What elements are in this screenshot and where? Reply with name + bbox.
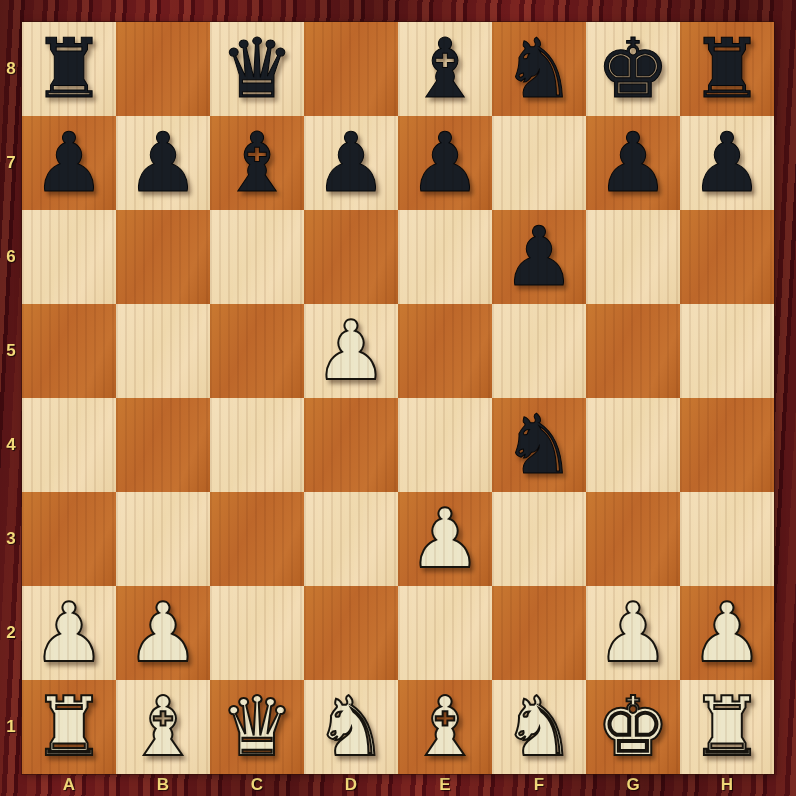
square-e8[interactable]: ♝: [398, 22, 492, 116]
square-g7[interactable]: ♟: [586, 116, 680, 210]
white-bishop[interactable]: ♝: [408, 686, 482, 768]
white-pawn[interactable]: ♟: [408, 498, 482, 580]
square-g2[interactable]: ♟: [586, 586, 680, 680]
white-knight[interactable]: ♞: [314, 686, 388, 768]
rank-label-4: 4: [0, 398, 22, 492]
square-h6[interactable]: [680, 210, 774, 304]
file-label-f: F: [492, 774, 586, 796]
square-e4[interactable]: [398, 398, 492, 492]
square-d5[interactable]: ♟: [304, 304, 398, 398]
square-g5[interactable]: [586, 304, 680, 398]
square-e1[interactable]: ♝: [398, 680, 492, 774]
file-label-c: C: [210, 774, 304, 796]
square-h5[interactable]: [680, 304, 774, 398]
square-b8[interactable]: [116, 22, 210, 116]
square-a3[interactable]: [22, 492, 116, 586]
white-rook[interactable]: ♜: [690, 686, 764, 768]
square-b7[interactable]: ♟: [116, 116, 210, 210]
square-f3[interactable]: [492, 492, 586, 586]
rank-label-7: 7: [0, 116, 22, 210]
rank-labels: 87654321: [0, 22, 22, 774]
black-pawn[interactable]: ♟: [690, 122, 764, 204]
black-king[interactable]: ♚: [596, 28, 670, 110]
rank-label-1: 1: [0, 680, 22, 774]
square-g4[interactable]: [586, 398, 680, 492]
square-h8[interactable]: ♜: [680, 22, 774, 116]
square-c1[interactable]: ♛: [210, 680, 304, 774]
square-h7[interactable]: ♟: [680, 116, 774, 210]
square-d2[interactable]: [304, 586, 398, 680]
file-label-b: B: [116, 774, 210, 796]
square-h4[interactable]: [680, 398, 774, 492]
black-pawn[interactable]: ♟: [126, 122, 200, 204]
file-label-h: H: [680, 774, 774, 796]
square-b6[interactable]: [116, 210, 210, 304]
square-e5[interactable]: [398, 304, 492, 398]
square-d3[interactable]: [304, 492, 398, 586]
square-e3[interactable]: ♟: [398, 492, 492, 586]
square-e7[interactable]: ♟: [398, 116, 492, 210]
square-g1[interactable]: ♚: [586, 680, 680, 774]
square-f4[interactable]: ♞: [492, 398, 586, 492]
square-e6[interactable]: [398, 210, 492, 304]
square-f7[interactable]: [492, 116, 586, 210]
square-h1[interactable]: ♜: [680, 680, 774, 774]
square-h2[interactable]: ♟: [680, 586, 774, 680]
square-a4[interactable]: [22, 398, 116, 492]
black-pawn[interactable]: ♟: [314, 122, 388, 204]
black-bishop[interactable]: ♝: [408, 28, 482, 110]
black-rook[interactable]: ♜: [690, 28, 764, 110]
square-a8[interactable]: ♜: [22, 22, 116, 116]
square-f5[interactable]: [492, 304, 586, 398]
board-frame: 87654321 ABCDEFGH ♜♛♝♞♚♜♟♟♝♟♟♟♟♟♟♞♟♟♟♟♟♜…: [0, 0, 796, 796]
white-knight[interactable]: ♞: [502, 686, 576, 768]
white-pawn[interactable]: ♟: [126, 592, 200, 674]
square-c3[interactable]: [210, 492, 304, 586]
rank-label-8: 8: [0, 22, 22, 116]
square-g8[interactable]: ♚: [586, 22, 680, 116]
square-g6[interactable]: [586, 210, 680, 304]
square-a5[interactable]: [22, 304, 116, 398]
file-label-e: E: [398, 774, 492, 796]
white-pawn[interactable]: ♟: [314, 310, 388, 392]
square-b4[interactable]: [116, 398, 210, 492]
file-label-a: A: [22, 774, 116, 796]
rank-label-2: 2: [0, 586, 22, 680]
square-f1[interactable]: ♞: [492, 680, 586, 774]
square-e2[interactable]: [398, 586, 492, 680]
square-c6[interactable]: [210, 210, 304, 304]
square-d7[interactable]: ♟: [304, 116, 398, 210]
black-queen[interactable]: ♛: [220, 28, 294, 110]
white-queen[interactable]: ♛: [220, 686, 294, 768]
black-pawn[interactable]: ♟: [596, 122, 670, 204]
square-d1[interactable]: ♞: [304, 680, 398, 774]
rank-label-3: 3: [0, 492, 22, 586]
square-b3[interactable]: [116, 492, 210, 586]
file-label-d: D: [304, 774, 398, 796]
square-c5[interactable]: [210, 304, 304, 398]
black-pawn[interactable]: ♟: [502, 216, 576, 298]
black-pawn[interactable]: ♟: [32, 122, 106, 204]
white-bishop[interactable]: ♝: [126, 686, 200, 768]
square-c4[interactable]: [210, 398, 304, 492]
black-bishop[interactable]: ♝: [220, 122, 294, 204]
square-c7[interactable]: ♝: [210, 116, 304, 210]
square-a7[interactable]: ♟: [22, 116, 116, 210]
square-f8[interactable]: ♞: [492, 22, 586, 116]
square-c2[interactable]: [210, 586, 304, 680]
black-rook[interactable]: ♜: [32, 28, 106, 110]
white-pawn[interactable]: ♟: [32, 592, 106, 674]
square-a1[interactable]: ♜: [22, 680, 116, 774]
white-pawn[interactable]: ♟: [690, 592, 764, 674]
square-d6[interactable]: [304, 210, 398, 304]
square-b5[interactable]: [116, 304, 210, 398]
white-pawn[interactable]: ♟: [596, 592, 670, 674]
square-b1[interactable]: ♝: [116, 680, 210, 774]
rank-label-5: 5: [0, 304, 22, 398]
square-f2[interactable]: [492, 586, 586, 680]
white-rook[interactable]: ♜: [32, 686, 106, 768]
black-knight[interactable]: ♞: [502, 28, 576, 110]
black-knight[interactable]: ♞: [502, 404, 576, 486]
square-d8[interactable]: [304, 22, 398, 116]
file-label-g: G: [586, 774, 680, 796]
square-a6[interactable]: [22, 210, 116, 304]
square-h3[interactable]: [680, 492, 774, 586]
white-king[interactable]: ♚: [596, 686, 670, 768]
square-f6[interactable]: ♟: [492, 210, 586, 304]
chess-board: ♜♛♝♞♚♜♟♟♝♟♟♟♟♟♟♞♟♟♟♟♟♜♝♛♞♝♞♚♜: [22, 22, 774, 774]
square-c8[interactable]: ♛: [210, 22, 304, 116]
black-pawn[interactable]: ♟: [408, 122, 482, 204]
rank-label-6: 6: [0, 210, 22, 304]
square-d4[interactable]: [304, 398, 398, 492]
square-b2[interactable]: ♟: [116, 586, 210, 680]
square-a2[interactable]: ♟: [22, 586, 116, 680]
square-g3[interactable]: [586, 492, 680, 586]
file-labels: ABCDEFGH: [22, 774, 774, 796]
